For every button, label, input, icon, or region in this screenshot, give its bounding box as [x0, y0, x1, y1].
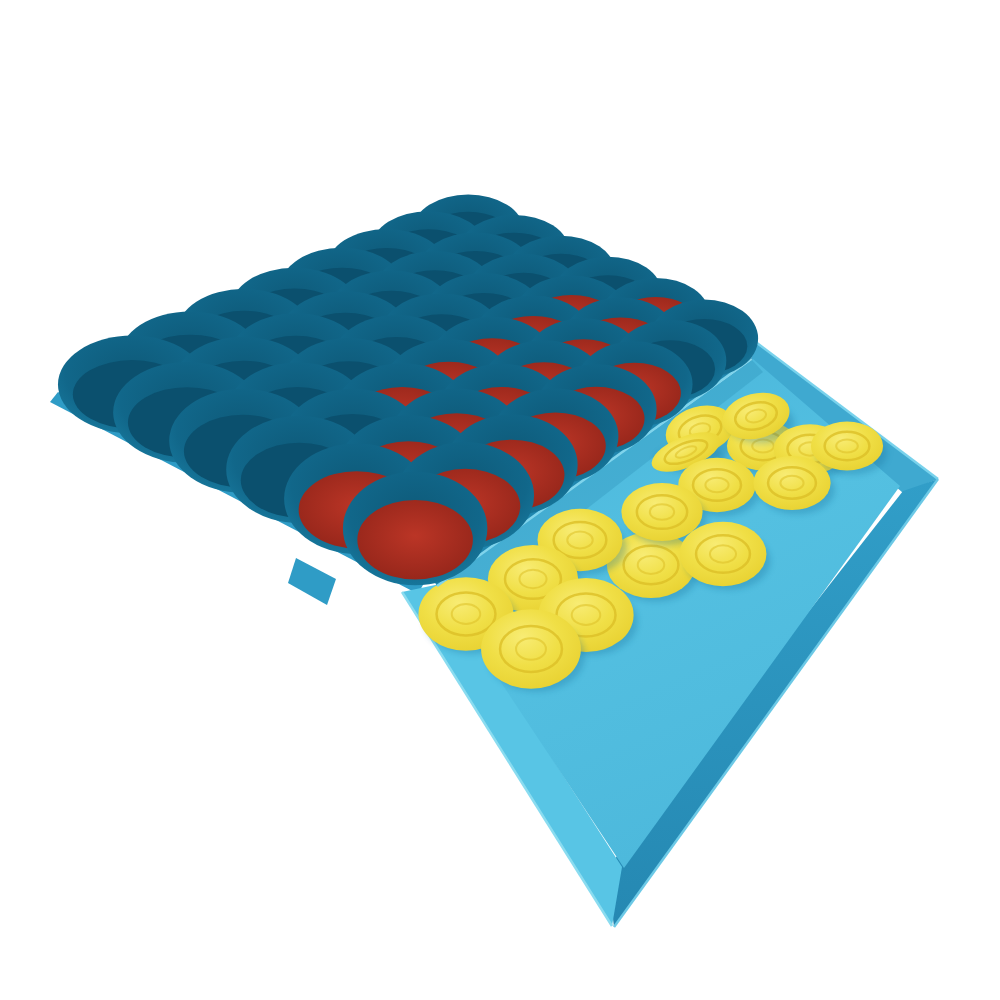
yellow-disc-face [753, 456, 830, 510]
yellow-disc [811, 422, 883, 471]
yellow-disc [481, 609, 581, 688]
product-photo [0, 0, 1000, 1000]
yellow-disc-face [481, 609, 581, 688]
yellow-disc [680, 522, 767, 586]
yellow-disc-face [680, 522, 767, 586]
base-foot-left [288, 558, 336, 605]
red-disc-visible-through-hole [357, 500, 473, 579]
yellow-disc [753, 456, 830, 510]
yellow-disc-face [621, 483, 702, 541]
yellow-disc-face [811, 422, 883, 471]
connect-four-travel-case [0, 0, 1000, 1000]
yellow-disc [621, 483, 702, 541]
